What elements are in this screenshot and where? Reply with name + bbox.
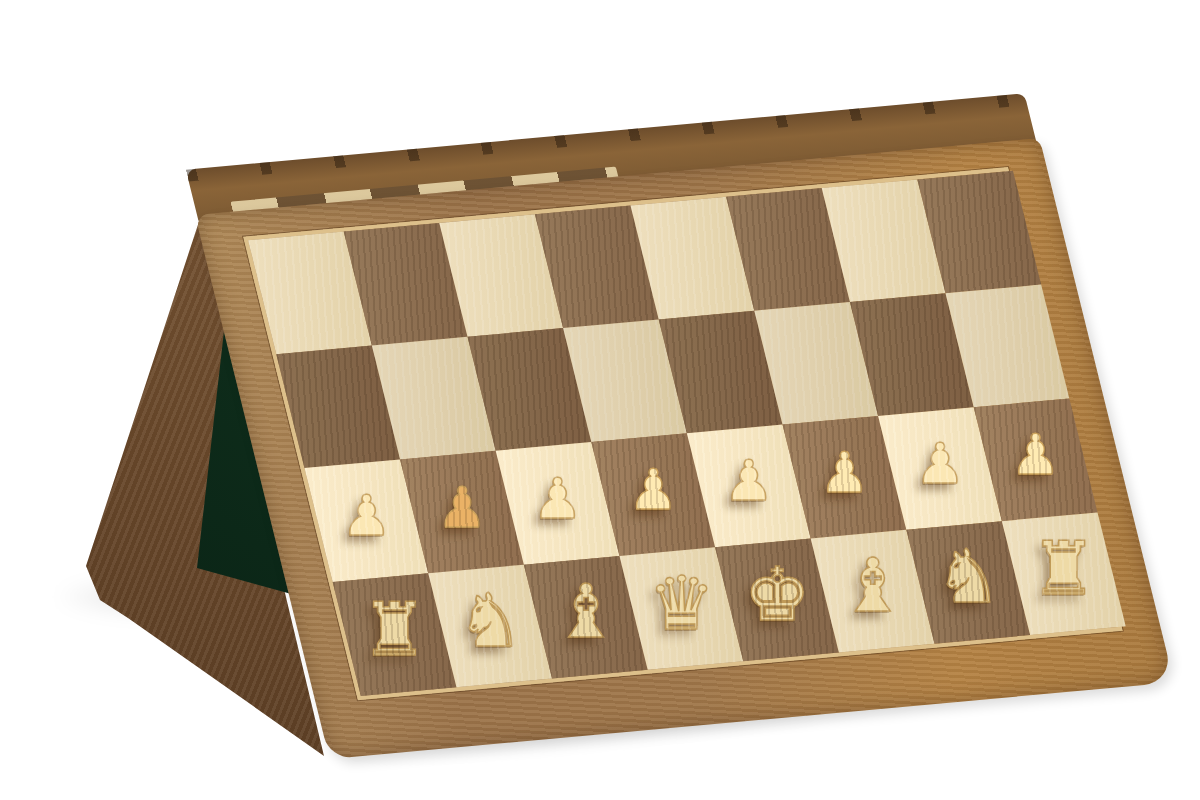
piece-white-knight[interactable]: ♞ bbox=[457, 583, 523, 657]
piece-white-pawn[interactable]: ♟ bbox=[1011, 427, 1061, 483]
piece-white-bishop[interactable]: ♝ bbox=[553, 574, 619, 648]
piece-white-pawn[interactable]: ♟ bbox=[532, 471, 582, 527]
piece-white-queen[interactable]: ♛ bbox=[648, 566, 714, 640]
product-photo-scene: ♟♟♟♟♟♟♟♟♜♞♝♛♚♝♞♜ bbox=[0, 0, 1200, 800]
piece-white-pawn[interactable]: ♟ bbox=[437, 480, 487, 536]
piece-white-bishop[interactable]: ♝ bbox=[839, 548, 905, 622]
piece-white-pawn[interactable]: ♟ bbox=[628, 462, 678, 518]
piece-white-pawn[interactable]: ♟ bbox=[724, 453, 774, 509]
piece-white-rook[interactable]: ♜ bbox=[1031, 531, 1097, 605]
piece-white-pawn[interactable]: ♟ bbox=[819, 445, 869, 501]
piece-white-pawn[interactable]: ♟ bbox=[341, 488, 391, 544]
piece-white-king[interactable]: ♚ bbox=[744, 557, 810, 631]
piece-white-knight[interactable]: ♞ bbox=[935, 540, 1001, 614]
piece-white-pawn[interactable]: ♟ bbox=[915, 436, 965, 492]
chess-board: ♟♟♟♟♟♟♟♟♜♞♝♛♚♝♞♜ bbox=[243, 167, 1123, 700]
board-wrapper: ♟♟♟♟♟♟♟♟♜♞♝♛♚♝♞♜ bbox=[195, 138, 1174, 759]
piece-white-rook[interactable]: ♜ bbox=[361, 592, 427, 666]
board-frame: ♟♟♟♟♟♟♟♟♜♞♝♛♚♝♞♜ bbox=[195, 138, 1174, 759]
